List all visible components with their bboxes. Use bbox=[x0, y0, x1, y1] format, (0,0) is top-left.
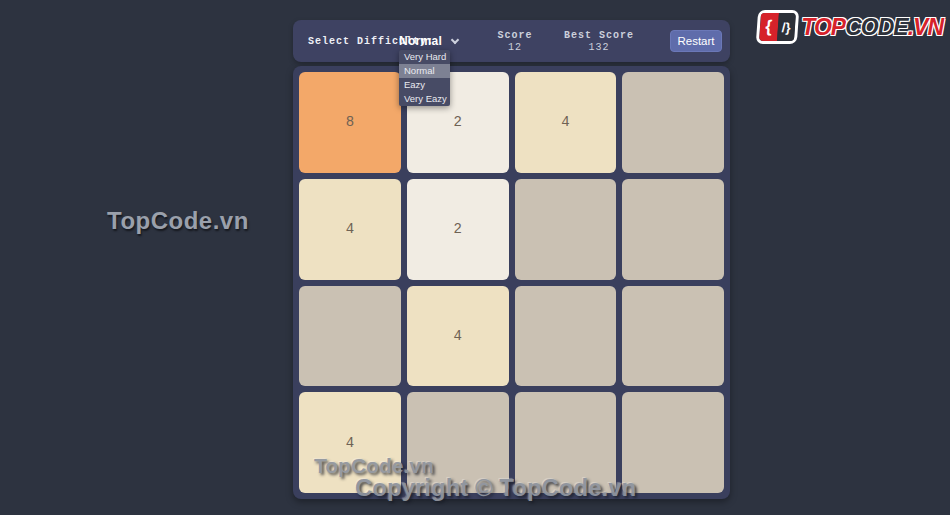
difficulty-dropdown[interactable]: Very HardNormalEazyVery Eazy bbox=[399, 50, 450, 106]
score-label: Score bbox=[479, 30, 551, 41]
tile-8: 8 bbox=[299, 72, 401, 173]
tile-2: 2 bbox=[407, 179, 509, 280]
empty-cell bbox=[515, 179, 617, 280]
logo-text-code: CODE bbox=[845, 14, 907, 40]
empty-cell bbox=[515, 286, 617, 387]
difficulty-selected-value: Normal bbox=[399, 34, 442, 48]
page: TopCode.vn { /} TOPCODE.VN Select Diffic… bbox=[0, 0, 950, 515]
empty-cell bbox=[622, 72, 724, 173]
difficulty-option-very-eazy[interactable]: Very Eazy bbox=[399, 92, 450, 106]
logo-text: TOPCODE.VN bbox=[801, 14, 943, 41]
difficulty-option-very-hard[interactable]: Very Hard bbox=[399, 50, 450, 64]
best-score-display: Best Score 132 bbox=[563, 30, 635, 53]
empty-cell bbox=[622, 286, 724, 387]
topcode-logo: { /} TOPCODE.VN bbox=[757, 10, 943, 44]
best-score-value: 132 bbox=[563, 42, 635, 53]
logo-text-top: TOP bbox=[801, 14, 845, 40]
empty-cell bbox=[622, 392, 724, 493]
empty-cell bbox=[299, 286, 401, 387]
brace-right-glyph: /} bbox=[777, 13, 796, 41]
board[interactable]: 8244244 bbox=[293, 66, 730, 499]
toolbar: Select Difficulty: Normal Score 12 Best … bbox=[293, 20, 730, 62]
chevron-down-icon bbox=[451, 35, 459, 43]
best-score-label: Best Score bbox=[563, 30, 635, 41]
score-display: Score 12 bbox=[479, 30, 551, 53]
logo-text-vn: .VN bbox=[908, 14, 943, 40]
tile-4: 4 bbox=[407, 286, 509, 387]
watermark-bottom-copyright: Copyright © TopCode.vn bbox=[355, 474, 636, 502]
difficulty-option-normal[interactable]: Normal bbox=[399, 64, 450, 78]
empty-cell bbox=[622, 179, 724, 280]
tile-4: 4 bbox=[515, 72, 617, 173]
tile-4: 4 bbox=[299, 179, 401, 280]
difficulty-option-eazy[interactable]: Eazy bbox=[399, 78, 450, 92]
code-braces-icon: { /} bbox=[756, 10, 799, 44]
difficulty-select[interactable]: Normal bbox=[399, 34, 458, 48]
score-value: 12 bbox=[479, 42, 551, 53]
watermark-left: TopCode.vn bbox=[107, 207, 249, 235]
restart-button[interactable]: Restart bbox=[670, 30, 722, 52]
